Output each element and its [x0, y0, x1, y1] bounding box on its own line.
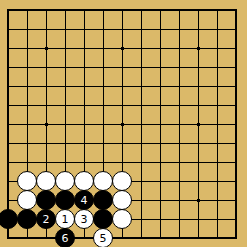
stone-black-4: 4 [74, 190, 94, 210]
stone-black [93, 209, 113, 229]
stone-black [0, 209, 18, 229]
stone-black [36, 190, 56, 210]
stone-white-1: 1 [55, 209, 75, 229]
stone-white [36, 171, 56, 191]
stone-white-3: 3 [74, 209, 94, 229]
stone-white [93, 171, 113, 191]
stone-white [74, 171, 94, 191]
stone-white [112, 209, 132, 229]
stone-white [55, 171, 75, 191]
stone-white [112, 171, 132, 191]
stone-black [17, 209, 37, 229]
stone-black [93, 190, 113, 210]
stones-layer: 421365 [0, 1, 246, 247]
stone-white [17, 190, 37, 210]
stone-white [112, 190, 132, 210]
stone-black-6: 6 [55, 228, 75, 247]
stone-black-2: 2 [36, 209, 56, 229]
stone-white-5: 5 [93, 228, 113, 247]
stone-black [55, 190, 75, 210]
stone-white [17, 171, 37, 191]
go-board: 421365 [0, 0, 247, 247]
